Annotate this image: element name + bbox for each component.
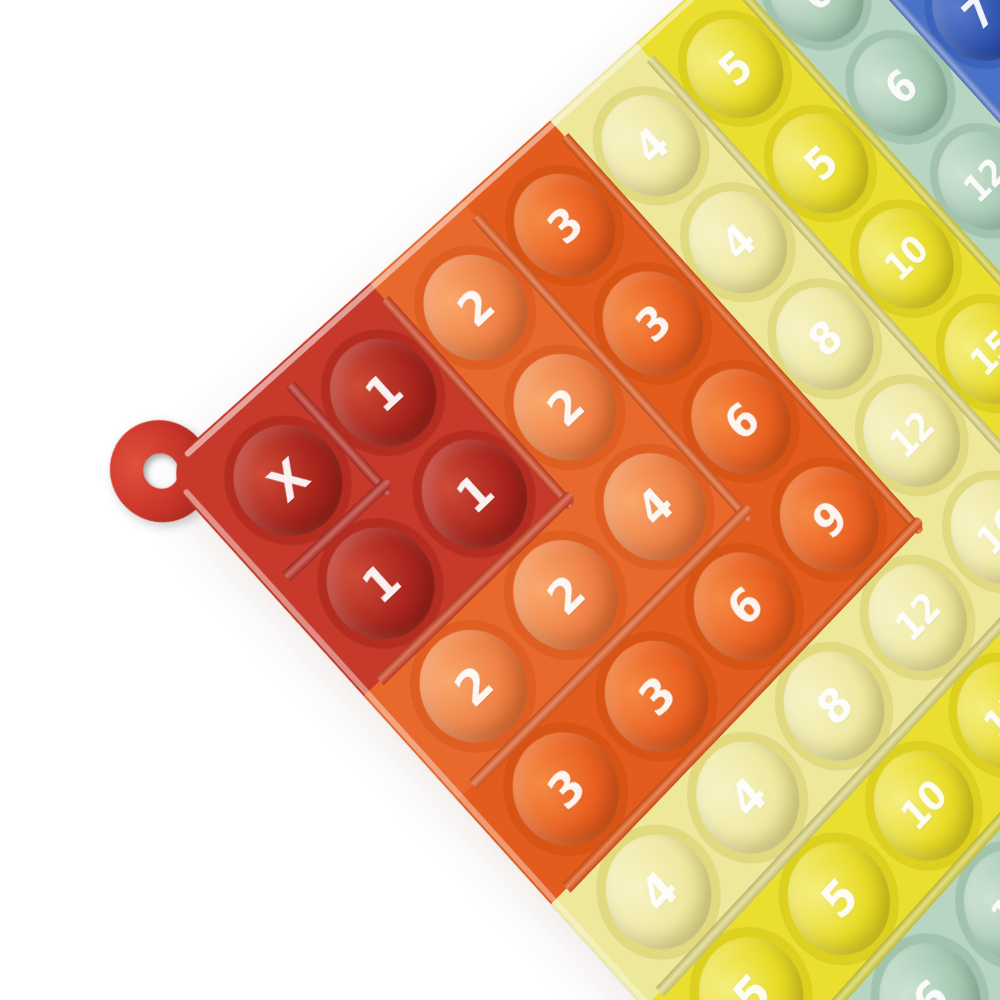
bubble-number: 8 [801, 313, 850, 365]
bubble-number: 4 [629, 480, 680, 534]
bubble-number: 9 [805, 493, 855, 546]
bubble-number: 6 [719, 579, 770, 634]
bubble-number: 10 [879, 230, 934, 287]
bubble-number: 8 [809, 678, 859, 733]
bubble-number: 4 [632, 863, 685, 921]
bubble-number: 3 [628, 297, 678, 350]
bubble-number: 3 [540, 199, 591, 251]
bubble-number: 6 [905, 971, 956, 1000]
pop-it-board: X123456789101112112345678910111222468101… [161, 0, 1000, 1000]
bubble-number: 2 [450, 281, 502, 334]
bubble-number: 12 [889, 587, 946, 648]
bubble-number: 5 [711, 43, 759, 93]
bubble-number: 2 [540, 567, 592, 622]
bubble-number: 1 [354, 555, 408, 611]
bubble-number: 1 [448, 466, 501, 521]
bubble-number: 2 [540, 380, 591, 434]
bubble-number: 6 [793, 0, 840, 18]
bubble-number: 12 [884, 405, 940, 464]
bubble-number: 7 [955, 0, 1000, 37]
bubble-number: 16 [971, 502, 1000, 562]
bubble-number: 12 [958, 153, 1000, 209]
bubble-number: 15 [978, 684, 1000, 746]
bubble-number: 5 [725, 966, 777, 1000]
bubble-number: 1 [357, 365, 410, 420]
bubble-number: X [260, 451, 317, 509]
bubble-number: 5 [813, 870, 864, 927]
bubble-number: 2 [447, 658, 500, 715]
bubble-number: 4 [714, 216, 763, 268]
board-body: X123456789101112112345678910111222468101… [161, 0, 1000, 1000]
bubble-number: 4 [627, 120, 676, 171]
bubble-grid: X123456789101112112345678910111222468101… [193, 0, 1000, 1000]
bubble-number: 3 [631, 668, 683, 724]
bubble-number: 6 [877, 62, 924, 111]
bubble-number: 10 [895, 774, 953, 838]
bubble-number: 5 [797, 138, 845, 189]
bubble-number: 12 [985, 873, 1000, 937]
bubble-number: 4 [722, 769, 774, 825]
photo-background: X123456789101112112345678910111222468101… [0, 0, 1000, 1000]
bubble-number: 3 [540, 760, 593, 817]
bubble-number: 15 [964, 324, 1000, 382]
bubble-number: 6 [716, 395, 766, 448]
